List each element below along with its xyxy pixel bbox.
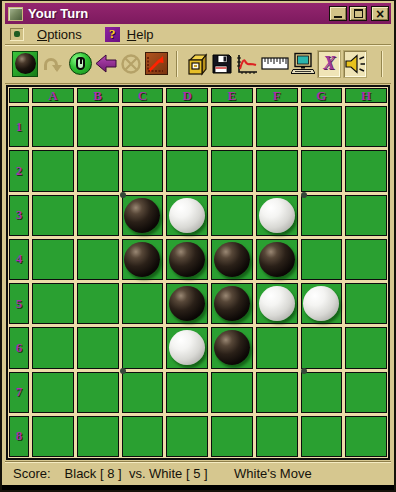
star-point [120, 368, 126, 374]
computer-icon [291, 52, 315, 75]
star-point [120, 192, 126, 198]
cell-E3[interactable] [211, 195, 253, 236]
cell-A3[interactable] [32, 195, 74, 236]
cell-E1[interactable] [211, 106, 253, 147]
menu-help[interactable]: Help [120, 25, 161, 44]
save-button[interactable] [210, 50, 233, 78]
cell-D7[interactable] [166, 372, 208, 413]
white-piece [303, 286, 339, 321]
toggle-x-button[interactable]: X [317, 50, 341, 78]
mouse-move-button[interactable] [69, 50, 92, 78]
cell-C4[interactable] [122, 239, 164, 280]
cell-G2[interactable] [301, 150, 343, 191]
white-piece [169, 198, 205, 233]
toolbar: X [5, 45, 391, 84]
help-question-icon[interactable]: ? [105, 27, 120, 42]
black-disc-on-green-icon [12, 51, 38, 77]
cell-D8[interactable] [166, 416, 208, 457]
cell-A7[interactable] [32, 372, 74, 413]
toolbar-separator [381, 51, 383, 77]
white-piece [169, 330, 205, 365]
up-arrow-chart-icon [145, 52, 168, 75]
menu-options[interactable]: Options [30, 25, 89, 44]
cell-D4[interactable] [166, 239, 208, 280]
undo-button[interactable] [94, 50, 117, 78]
redo-button[interactable] [40, 50, 63, 78]
cell-H5[interactable] [345, 283, 387, 324]
speaker-icon [344, 54, 366, 74]
black-piece [214, 286, 250, 321]
col-label-H: H [345, 88, 387, 103]
row-label-1: 1 [9, 106, 29, 147]
cell-G6[interactable] [301, 327, 343, 368]
cell-H2[interactable] [345, 150, 387, 191]
cell-H1[interactable] [345, 106, 387, 147]
star-point [301, 368, 307, 374]
green-dot-icon[interactable] [10, 28, 24, 41]
cell-C7[interactable] [122, 372, 164, 413]
row-label-2: 2 [9, 150, 29, 191]
cell-B5[interactable] [77, 283, 119, 324]
window-title: Your Turn [28, 6, 329, 21]
col-label-B: B [77, 88, 119, 103]
stop-button[interactable] [120, 50, 143, 78]
cell-G7[interactable] [301, 372, 343, 413]
cell-E7[interactable] [211, 372, 253, 413]
cell-B7[interactable] [77, 372, 119, 413]
computer-button[interactable] [291, 50, 315, 78]
black-piece [124, 198, 160, 233]
stats-button[interactable] [145, 50, 168, 78]
cell-G3[interactable] [301, 195, 343, 236]
cell-D6[interactable] [166, 327, 208, 368]
cell-B2[interactable] [77, 150, 119, 191]
cell-H8[interactable] [345, 416, 387, 457]
mouse-icon [69, 52, 92, 75]
cell-D3[interactable] [166, 195, 208, 236]
purple-left-arrow-icon [95, 54, 118, 73]
cell-H7[interactable] [345, 372, 387, 413]
titlebar: Your Turn × [5, 3, 391, 24]
cell-C1[interactable] [122, 106, 164, 147]
cell-A8[interactable] [32, 416, 74, 457]
cell-G1[interactable] [301, 106, 343, 147]
window-controls: × [329, 6, 389, 21]
purple-x-icon: X [323, 53, 335, 74]
app-window: Your Turn × Options ? Help [0, 0, 396, 492]
black-piece [214, 330, 250, 365]
minimize-icon [334, 16, 342, 18]
col-label-F: F [256, 88, 298, 103]
ruler-icon [261, 57, 289, 70]
line-chart-icon [235, 53, 259, 75]
black-piece [124, 242, 160, 277]
cell-E4[interactable] [211, 239, 253, 280]
crossed-circle-icon [120, 53, 142, 75]
cell-F6[interactable] [256, 327, 298, 368]
cell-F1[interactable] [256, 106, 298, 147]
window-bottom-edge [2, 485, 394, 490]
cell-C2[interactable] [122, 150, 164, 191]
row-label-4: 4 [9, 239, 29, 280]
cell-B1[interactable] [77, 106, 119, 147]
cell-A2[interactable] [32, 150, 74, 191]
cell-D1[interactable] [166, 106, 208, 147]
cell-H3[interactable] [345, 195, 387, 236]
cell-F5[interactable] [256, 283, 298, 324]
cell-F7[interactable] [256, 372, 298, 413]
score-text: Black [ 8 ] vs. White [ 5 ] [65, 466, 208, 481]
cell-F4[interactable] [256, 239, 298, 280]
floppy-disk-icon [211, 53, 233, 75]
col-label-A: A [32, 88, 74, 103]
maximize-icon [354, 9, 363, 18]
minimize-button[interactable] [329, 6, 347, 21]
cell-A4[interactable] [32, 239, 74, 280]
graph-button[interactable] [235, 50, 259, 78]
star-point [301, 192, 307, 198]
cell-E6[interactable] [211, 327, 253, 368]
sound-button[interactable] [343, 50, 367, 78]
menubar: Options ? Help [5, 24, 391, 45]
cell-F2[interactable] [256, 150, 298, 191]
black-piece [214, 242, 250, 277]
row-label-8: 8 [9, 416, 29, 457]
score-label: Score: [13, 466, 51, 481]
close-button[interactable]: × [371, 6, 389, 21]
cell-G5[interactable] [301, 283, 343, 324]
statusbar: Score: Black [ 8 ] vs. White [ 5 ] White… [5, 461, 391, 485]
corner-cell [9, 88, 29, 103]
current-player-disc-button[interactable] [12, 50, 38, 78]
cell-H6[interactable] [345, 327, 387, 368]
cell-G8[interactable] [301, 416, 343, 457]
cell-D2[interactable] [166, 150, 208, 191]
cell-B4[interactable] [77, 239, 119, 280]
cell-E2[interactable] [211, 150, 253, 191]
cell-C5[interactable] [122, 283, 164, 324]
cell-B3[interactable] [77, 195, 119, 236]
cell-B8[interactable] [77, 416, 119, 457]
row-label-7: 7 [9, 372, 29, 413]
cell-F8[interactable] [256, 416, 298, 457]
board: ABCDEFGH12345678 [8, 87, 388, 458]
col-label-C: C [122, 88, 164, 103]
cell-C3[interactable] [122, 195, 164, 236]
black-piece [169, 286, 205, 321]
cell-A1[interactable] [32, 106, 74, 147]
cell-C6[interactable] [122, 327, 164, 368]
cell-F3[interactable] [256, 195, 298, 236]
ruler-button[interactable] [261, 50, 289, 78]
toolbar-separator [176, 51, 178, 77]
printer-icon [184, 52, 208, 76]
curved-arrow-icon [44, 58, 60, 70]
row-label-3: 3 [9, 195, 29, 236]
maximize-button[interactable] [349, 6, 367, 21]
row-label-5: 5 [9, 283, 29, 324]
cell-B6[interactable] [77, 327, 119, 368]
col-label-E: E [211, 88, 253, 103]
row-label-6: 6 [9, 327, 29, 368]
cell-A6[interactable] [32, 327, 74, 368]
col-label-G: G [301, 88, 343, 103]
app-icon[interactable] [8, 7, 23, 21]
cell-E5[interactable] [211, 283, 253, 324]
board-frame: ABCDEFGH12345678 [6, 85, 390, 460]
col-label-D: D [166, 88, 208, 103]
cell-G4[interactable] [301, 239, 343, 280]
cell-A5[interactable] [32, 283, 74, 324]
cell-D5[interactable] [166, 283, 208, 324]
black-piece [169, 242, 205, 277]
black-piece [259, 242, 295, 277]
cell-H4[interactable] [345, 239, 387, 280]
white-piece [259, 198, 295, 233]
white-piece [259, 286, 295, 321]
print-button[interactable] [184, 50, 208, 78]
cell-E8[interactable] [211, 416, 253, 457]
turn-indicator: White's Move [234, 466, 312, 481]
cell-C8[interactable] [122, 416, 164, 457]
